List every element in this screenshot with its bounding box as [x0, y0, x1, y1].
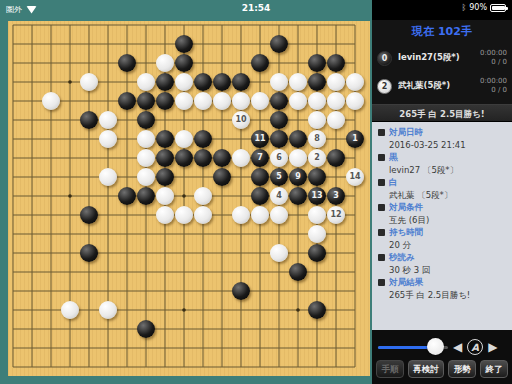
- button-手順[interactable]: 手順: [376, 360, 404, 378]
- black-stone: [308, 73, 326, 91]
- black-stone: [156, 73, 174, 91]
- players-panel: 0levin27(5段*)0:00:000 / 02武礼葉(5段*)0:00:0…: [372, 44, 512, 100]
- white-stone: [270, 73, 288, 91]
- info-label-row: 対局日時: [378, 126, 512, 139]
- white-stone: [346, 73, 364, 91]
- black-stone: [175, 54, 193, 72]
- white-stone-numbered: 2: [308, 149, 326, 167]
- info-label: 白: [389, 177, 398, 189]
- black-stone: [251, 187, 269, 205]
- list-bullet-icon: [378, 204, 385, 211]
- black-stone-numbered: 7: [251, 149, 269, 167]
- info-label-row: 黒: [378, 151, 512, 164]
- black-stone-numbered: 13: [308, 187, 326, 205]
- black-stone: [308, 244, 326, 262]
- black-stone: [213, 149, 231, 167]
- white-stone: [194, 92, 212, 110]
- black-stone: [156, 92, 174, 110]
- move-number-label: 14: [349, 173, 360, 181]
- white-stone: [251, 206, 269, 224]
- black-stone: [156, 168, 174, 186]
- list-bullet-icon: [378, 179, 385, 186]
- black-stone: [270, 35, 288, 53]
- black-stone: [213, 168, 231, 186]
- white-stone: [175, 206, 193, 224]
- black-stone: [327, 149, 345, 167]
- black-stone: [80, 111, 98, 129]
- black-stone: [308, 301, 326, 319]
- move-number-label: 5: [276, 173, 282, 181]
- app-screen: 圏外 21:54 ᛒ 90% 1011817625914413312 現在 10…: [0, 0, 512, 384]
- white-stone: [194, 206, 212, 224]
- white-stone: [99, 130, 117, 148]
- white-stone: [213, 92, 231, 110]
- player-clock: 0:00:000 / 0: [480, 49, 507, 67]
- player-row-white: 2武礼葉(5段*)0:00:000 / 0: [372, 72, 512, 100]
- info-label: 秒読み: [389, 252, 415, 264]
- white-stone: [308, 206, 326, 224]
- move-number-label: 6: [276, 154, 282, 162]
- list-bullet-icon: [378, 229, 385, 236]
- white-stone: [156, 54, 174, 72]
- white-stone: [42, 92, 60, 110]
- white-stone: [289, 92, 307, 110]
- black-stone: [232, 73, 250, 91]
- black-stone-numbered: 9: [289, 168, 307, 186]
- black-stone: [175, 149, 193, 167]
- status-right: ᛒ 90%: [461, 3, 506, 12]
- step-back-button[interactable]: ◀: [453, 338, 462, 356]
- white-stone-numbered: 8: [308, 130, 326, 148]
- black-stone: [232, 282, 250, 300]
- black-stone: [118, 187, 136, 205]
- white-capture-stone-icon: 2: [377, 79, 392, 94]
- button-再検討[interactable]: 再検討: [408, 360, 444, 378]
- white-stone: [327, 111, 345, 129]
- black-stone: [270, 130, 288, 148]
- black-stone: [194, 130, 212, 148]
- list-bullet-icon: [378, 279, 385, 286]
- info-label: 黒: [389, 152, 398, 164]
- result-banner: 265手 白 2.5目勝ち!: [372, 104, 512, 122]
- status-bar: 圏外 21:54 ᛒ 90%: [0, 0, 512, 20]
- info-label: 対局日時: [389, 127, 423, 139]
- info-label: 対局条件: [389, 202, 423, 214]
- black-stone: [80, 244, 98, 262]
- white-stone: [99, 168, 117, 186]
- black-stone: [270, 92, 288, 110]
- black-stone: [289, 187, 307, 205]
- black-stone: [213, 73, 231, 91]
- white-stone: [270, 206, 288, 224]
- white-stone: [327, 92, 345, 110]
- move-number-label: 7: [257, 154, 263, 162]
- black-stone: [251, 168, 269, 186]
- move-number-label: 1: [352, 135, 358, 143]
- black-stone-numbered: 3: [327, 187, 345, 205]
- info-value: 互先 (6目): [378, 214, 512, 226]
- white-stone: [61, 301, 79, 319]
- white-stone-numbered: 14: [346, 168, 364, 186]
- white-stone: [289, 73, 307, 91]
- black-stone: [137, 320, 155, 338]
- black-stone: [308, 168, 326, 186]
- player-name: 武礼葉(5段*): [398, 80, 480, 92]
- white-stone: [308, 225, 326, 243]
- current-move-label: 現在 102手: [372, 20, 512, 44]
- black-stone: [137, 187, 155, 205]
- black-stone: [194, 73, 212, 91]
- button-形勢[interactable]: 形勢: [448, 360, 476, 378]
- move-number-label: 10: [235, 116, 246, 124]
- game-info-list: 対局日時2016-03-25 21:41黒levin27 〔5段*〕白武礼葉 〔…: [372, 122, 512, 338]
- info-value: levin27 〔5段*〕: [378, 164, 512, 176]
- white-stone: [137, 149, 155, 167]
- white-stone: [99, 301, 117, 319]
- black-stone-numbered: 1: [346, 130, 364, 148]
- white-stone: [232, 92, 250, 110]
- white-stone-numbered: 6: [270, 149, 288, 167]
- battery-icon: [490, 4, 506, 12]
- white-stone: [251, 92, 269, 110]
- white-stone: [175, 73, 193, 91]
- player-clock: 0:00:000 / 0: [480, 77, 507, 95]
- info-label: 持ち時間: [389, 227, 423, 239]
- white-stone: [99, 111, 117, 129]
- black-stone: [175, 35, 193, 53]
- black-stone: [156, 149, 174, 167]
- player-name: levin27(5段*): [398, 52, 480, 64]
- move-number-label: 13: [311, 192, 322, 200]
- white-stone: [80, 73, 98, 91]
- info-label-row: 白: [378, 176, 512, 189]
- playback-controls: ◀ A ▶ 手順再検討形勢終了: [372, 330, 512, 384]
- black-stone: [137, 92, 155, 110]
- black-stone: [80, 206, 98, 224]
- white-stone: [346, 92, 364, 110]
- white-stone-numbered: 10: [232, 111, 250, 129]
- clock-label: 21:54: [0, 3, 512, 13]
- white-stone: [175, 92, 193, 110]
- white-stone: [308, 111, 326, 129]
- playback-slider-row: ◀ A ▶: [378, 338, 506, 356]
- info-value: 武礼葉 〔5段*〕: [378, 189, 512, 201]
- black-stone: [289, 263, 307, 281]
- info-label-row: 持ち時間: [378, 226, 512, 239]
- white-stone: [175, 130, 193, 148]
- move-number-label: 9: [295, 173, 301, 181]
- black-stone-numbered: 11: [251, 130, 269, 148]
- black-stone: [137, 111, 155, 129]
- white-stone-numbered: 4: [270, 187, 288, 205]
- info-label: 対局結果: [389, 277, 423, 289]
- list-bullet-icon: [378, 254, 385, 261]
- info-value: 2016-03-25 21:41: [378, 139, 512, 151]
- list-bullet-icon: [378, 154, 385, 161]
- auto-play-button[interactable]: A: [467, 339, 483, 355]
- move-number-label: 4: [276, 192, 282, 200]
- white-stone: [232, 149, 250, 167]
- move-number-label: 11: [254, 135, 265, 143]
- go-board[interactable]: 1011817625914413312: [8, 21, 370, 376]
- black-stone: [289, 130, 307, 148]
- info-value: 20 分: [378, 239, 512, 251]
- white-stone: [308, 92, 326, 110]
- info-value: 30 秒 3 回: [378, 264, 512, 276]
- action-buttons: 手順再検討形勢終了: [376, 360, 508, 378]
- info-label-row: 秒読み: [378, 251, 512, 264]
- move-slider[interactable]: [378, 346, 448, 349]
- info-value: 265手 白 2.5目勝ち!: [378, 289, 512, 301]
- white-stone: [289, 149, 307, 167]
- move-number-label: 3: [333, 192, 339, 200]
- move-number-label: 2: [314, 154, 320, 162]
- move-number-label: 8: [314, 135, 320, 143]
- white-stone: [137, 73, 155, 91]
- black-stone-numbered: 5: [270, 168, 288, 186]
- black-stone: [308, 54, 326, 72]
- info-label-row: 対局結果: [378, 276, 512, 289]
- black-stone: [194, 149, 212, 167]
- bluetooth-icon: ᛒ: [461, 3, 466, 12]
- black-stone: [118, 92, 136, 110]
- black-stone: [327, 54, 345, 72]
- slider-thumb[interactable]: [427, 338, 444, 355]
- black-stone: [156, 130, 174, 148]
- white-stone: [137, 130, 155, 148]
- button-終了[interactable]: 終了: [480, 360, 508, 378]
- battery-percent-label: 90%: [469, 3, 487, 12]
- white-stone: [327, 73, 345, 91]
- info-label-row: 対局条件: [378, 201, 512, 214]
- black-stone: [270, 111, 288, 129]
- white-stone: [156, 187, 174, 205]
- white-stone: [194, 187, 212, 205]
- black-capture-stone-icon: 0: [377, 51, 392, 66]
- step-forward-button[interactable]: ▶: [488, 338, 497, 356]
- black-stone: [118, 54, 136, 72]
- player-row-black: 0levin27(5段*)0:00:000 / 0: [372, 44, 512, 72]
- move-number-label: 12: [330, 211, 341, 219]
- white-stone: [270, 244, 288, 262]
- black-stone: [251, 54, 269, 72]
- list-bullet-icon: [378, 129, 385, 136]
- white-stone: [137, 168, 155, 186]
- white-stone: [232, 206, 250, 224]
- white-stone-numbered: 12: [327, 206, 345, 224]
- white-stone: [156, 206, 174, 224]
